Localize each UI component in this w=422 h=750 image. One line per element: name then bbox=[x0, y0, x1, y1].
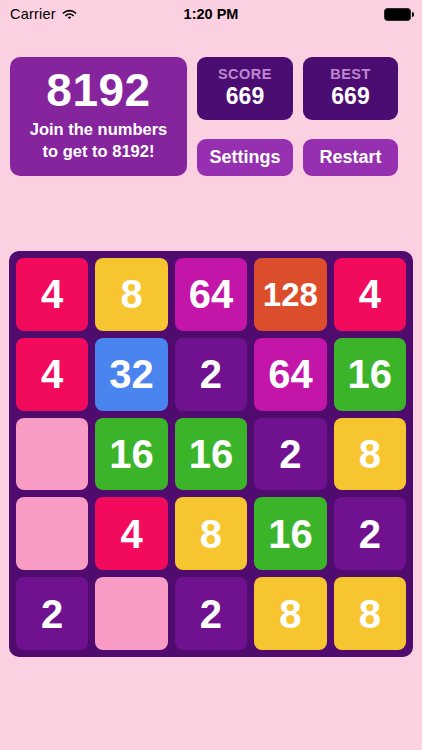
tile-16: 16 bbox=[175, 418, 247, 491]
battery-icon bbox=[384, 8, 414, 21]
tile-64: 64 bbox=[254, 338, 326, 411]
tile-8: 8 bbox=[175, 497, 247, 570]
game-title: 8192 bbox=[46, 66, 150, 114]
score-box: SCORE 669 bbox=[197, 57, 293, 120]
settings-button[interactable]: Settings bbox=[197, 139, 293, 176]
title-panel: 8192 Join the numbers to get to 8192! bbox=[10, 57, 187, 176]
tile-16: 16 bbox=[254, 497, 326, 570]
score-label: SCORE bbox=[218, 66, 272, 82]
empty-cell bbox=[95, 577, 167, 650]
best-value: 669 bbox=[331, 83, 369, 110]
clock-time: 1:20 PM bbox=[0, 6, 422, 22]
game-board[interactable]: 4864128443226416161628481622288 bbox=[9, 251, 413, 657]
tile-2: 2 bbox=[254, 418, 326, 491]
tile-2: 2 bbox=[175, 338, 247, 411]
empty-cell bbox=[16, 418, 88, 491]
restart-button[interactable]: Restart bbox=[303, 139, 398, 176]
tile-8: 8 bbox=[254, 577, 326, 650]
tile-2: 2 bbox=[16, 577, 88, 650]
tile-32: 32 bbox=[95, 338, 167, 411]
tile-4: 4 bbox=[95, 497, 167, 570]
tile-16: 16 bbox=[334, 338, 406, 411]
tile-8: 8 bbox=[334, 577, 406, 650]
tile-4: 4 bbox=[16, 258, 88, 331]
tile-2: 2 bbox=[175, 577, 247, 650]
tile-128: 128 bbox=[254, 258, 326, 331]
status-bar: Carrier 1:20 PM bbox=[0, 0, 422, 28]
tile-4: 4 bbox=[334, 258, 406, 331]
tile-16: 16 bbox=[95, 418, 167, 491]
tile-8: 8 bbox=[95, 258, 167, 331]
score-value: 669 bbox=[226, 83, 264, 110]
game-subtitle: Join the numbers to get to 8192! bbox=[20, 119, 177, 163]
tile-4: 4 bbox=[16, 338, 88, 411]
tile-64: 64 bbox=[175, 258, 247, 331]
best-box: BEST 669 bbox=[303, 57, 398, 120]
tile-2: 2 bbox=[334, 497, 406, 570]
tile-8: 8 bbox=[334, 418, 406, 491]
empty-cell bbox=[16, 497, 88, 570]
best-label: BEST bbox=[330, 66, 371, 82]
